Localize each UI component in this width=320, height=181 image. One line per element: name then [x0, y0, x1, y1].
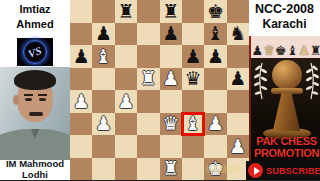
square-c5[interactable]: [115, 68, 137, 91]
square-a4[interactable]: ♟: [70, 90, 92, 113]
right-panel: NCC-2008 Karachi ♟♛♚♝♟♜: [249, 0, 320, 180]
square-g7[interactable]: ♝: [204, 23, 226, 46]
player-top-name-line1: Imtiaz: [0, 2, 70, 17]
piece-bB-g7: ♝: [207, 24, 224, 43]
square-b7[interactable]: ♟: [92, 23, 114, 46]
piece-wP-e5: ♟: [162, 69, 179, 88]
square-b1[interactable]: [92, 158, 114, 181]
photo-eye: [25, 98, 32, 101]
piece-wP-c4: ♟: [117, 92, 134, 111]
piece-wB-f3: ♝: [185, 114, 202, 133]
square-e8[interactable]: ♜: [160, 0, 182, 23]
square-g4[interactable]: [204, 90, 226, 113]
video-thumbnail: Imtiaz Ahmed VS IM Mahmood Lodhi ♜♜♚♟♟♝♞…: [0, 0, 320, 180]
piece-bR-c8: ♜: [117, 2, 134, 21]
piece-wP-g3: ♟: [207, 114, 224, 133]
square-d3[interactable]: [137, 113, 159, 136]
square-e7[interactable]: ♟: [160, 23, 182, 46]
square-d5[interactable]: ♜: [137, 68, 159, 91]
square-f8[interactable]: [182, 0, 204, 23]
subscribe-button[interactable]: SUBSCRIBE: [246, 161, 320, 180]
square-c6[interactable]: [115, 45, 137, 68]
vs-logo: VS: [17, 38, 53, 66]
square-e4[interactable]: [160, 90, 182, 113]
square-g6[interactable]: ♟: [204, 45, 226, 68]
square-f3[interactable]: ♝: [182, 113, 204, 136]
vs-logo-text: VS: [27, 44, 44, 60]
piece-bP-e7: ♟: [162, 24, 179, 43]
square-b5[interactable]: [92, 68, 114, 91]
square-e6[interactable]: [160, 45, 182, 68]
square-a3[interactable]: [70, 113, 92, 136]
square-e3[interactable]: ♛: [160, 113, 182, 136]
photo-brow: [38, 94, 47, 96]
chess-set-photo: ♟♛♚♝♟♜: [249, 36, 320, 58]
photo-chess-piece: ♛: [263, 44, 275, 58]
event-city: Karachi: [249, 17, 320, 32]
player-bottom-photo: [0, 67, 70, 160]
subscribe-label: SUBSCRIBE: [266, 166, 320, 176]
square-g3[interactable]: ♟: [204, 113, 226, 136]
square-h3[interactable]: [227, 113, 249, 136]
piece-bN-h7: ♞: [229, 24, 246, 43]
piece-wQ-e3: ♛: [162, 114, 179, 133]
square-b3[interactable]: ♟: [92, 113, 114, 136]
youtube-play-icon[interactable]: [248, 163, 263, 178]
piece-wP-a4: ♟: [73, 92, 90, 111]
square-c4[interactable]: ♟: [115, 90, 137, 113]
piece-wR-e1: ♜: [162, 159, 179, 178]
square-f2[interactable]: [182, 135, 204, 158]
square-f1[interactable]: [182, 158, 204, 181]
square-g2[interactable]: [204, 135, 226, 158]
square-c1[interactable]: [115, 158, 137, 181]
photo-chess-piece: ♝: [287, 44, 299, 58]
square-b8[interactable]: [92, 0, 114, 23]
event-name: NCC-2008: [249, 1, 320, 17]
square-a8[interactable]: [70, 0, 92, 23]
photo-hair: [14, 70, 56, 90]
piece-bP-f6: ♟: [185, 47, 202, 66]
piece-bP-b7: ♟: [95, 24, 112, 43]
watermark: [206, 165, 240, 173]
piece-wR-d5: ♜: [140, 69, 157, 88]
square-d7[interactable]: [137, 23, 159, 46]
square-c8[interactable]: ♜: [115, 0, 137, 23]
player-top-name-line2: Ahmed: [0, 17, 70, 32]
square-h8[interactable]: [227, 0, 249, 23]
photo-ear: [13, 95, 19, 105]
photo-brow: [24, 94, 33, 96]
photo-chess-piece: ♟: [298, 44, 310, 58]
square-e2[interactable]: [160, 135, 182, 158]
photo-mustache: [29, 112, 43, 116]
event-title: NCC-2008 Karachi: [249, 1, 320, 32]
square-d8[interactable]: [137, 0, 159, 23]
square-h5[interactable]: ♟: [227, 68, 249, 91]
player-bottom-name-line2: Lodhi: [0, 170, 70, 181]
left-panel: Imtiaz Ahmed VS IM Mahmood Lodhi: [0, 0, 70, 180]
piece-wB-b6: ♝: [95, 47, 112, 66]
square-g8[interactable]: ♚: [204, 0, 226, 23]
photo-chess-piece: ♜: [310, 44, 320, 58]
square-b4[interactable]: [92, 90, 114, 113]
photo-chess-piece: ♟: [252, 44, 264, 58]
vs-logo-ring-icon: VS: [23, 40, 47, 64]
square-d1[interactable]: [137, 158, 159, 181]
piece-bP-h5: ♟: [229, 69, 246, 88]
square-a1[interactable]: [70, 158, 92, 181]
piece-bQ-f5: ♛: [185, 69, 202, 88]
promo-text: PAK CHESS PROMOTION: [251, 136, 320, 159]
square-b6[interactable]: ♝: [92, 45, 114, 68]
square-f4[interactable]: [182, 90, 204, 113]
square-h6[interactable]: [227, 45, 249, 68]
square-h7[interactable]: ♞: [227, 23, 249, 46]
photo-chess-piece: ♚: [275, 44, 287, 58]
square-c2[interactable]: [115, 135, 137, 158]
photo-eye: [39, 98, 46, 101]
square-b2[interactable]: [92, 135, 114, 158]
square-f6[interactable]: ♟: [182, 45, 204, 68]
square-g5[interactable]: [204, 68, 226, 91]
square-c7[interactable]: [115, 23, 137, 46]
square-a7[interactable]: [70, 23, 92, 46]
square-a5[interactable]: [70, 68, 92, 91]
square-f5[interactable]: ♛: [182, 68, 204, 91]
promo-text-line1: PAK CHESS: [251, 136, 320, 148]
player-bottom-name: IM Mahmood Lodhi: [0, 159, 70, 180]
square-d6[interactable]: [137, 45, 159, 68]
piece-wP-b3: ♟: [95, 114, 112, 133]
piece-bR-e8: ♜: [162, 2, 179, 21]
square-e5[interactable]: ♟: [160, 68, 182, 91]
square-h2[interactable]: ♟: [227, 135, 249, 158]
promo-banner: PAK CHESS PROMOTION: [249, 58, 320, 161]
square-f7[interactable]: [182, 23, 204, 46]
piece-bP-a6: ♟: [73, 47, 90, 66]
piece-wP-h2: ♟: [229, 137, 246, 156]
square-e1[interactable]: ♜: [160, 158, 182, 181]
square-a6[interactable]: ♟: [70, 45, 92, 68]
piece-bK-g8: ♚: [207, 2, 224, 21]
chess-board: ♜♜♚♟♟♝♞♟♝♟♟♜♟♛♟♟♟♟♛♝♟♟♜♚: [70, 0, 249, 180]
square-h4[interactable]: [227, 90, 249, 113]
square-d4[interactable]: [137, 90, 159, 113]
player-top-name: Imtiaz Ahmed: [0, 2, 70, 32]
piece-bP-g6: ♟: [207, 47, 224, 66]
square-a2[interactable]: [70, 135, 92, 158]
promo-text-line2: PROMOTION: [251, 148, 320, 160]
square-d2[interactable]: [137, 135, 159, 158]
square-c3[interactable]: [115, 113, 137, 136]
player-bottom-name-line1: IM Mahmood: [0, 159, 70, 170]
